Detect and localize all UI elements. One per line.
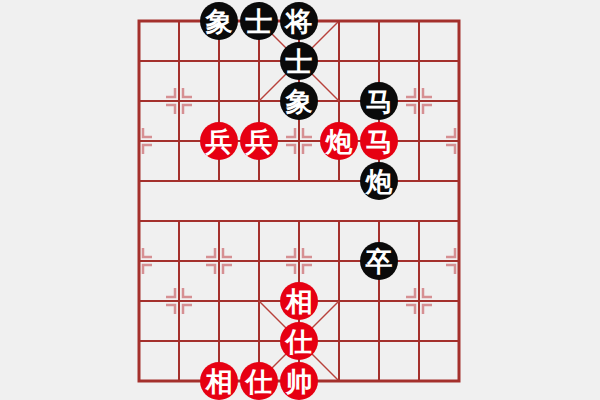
piece-red-advisor[interactable]: 仕 <box>240 362 278 400</box>
piece-red-soldier[interactable]: 兵 <box>200 122 238 160</box>
piece-red-cannon[interactable]: 炮 <box>320 122 358 160</box>
piece-black-cannon[interactable]: 炮 <box>360 162 398 200</box>
piece-red-soldier[interactable]: 兵 <box>240 122 278 160</box>
piece-black-elephant[interactable]: 象 <box>200 2 238 40</box>
piece-black-horse[interactable]: 马 <box>360 82 398 120</box>
piece-red-horse[interactable]: 马 <box>360 122 398 160</box>
piece-red-advisor[interactable]: 仕 <box>280 322 318 360</box>
piece-red-general[interactable]: 帅 <box>280 362 318 400</box>
piece-black-advisor[interactable]: 士 <box>280 42 318 80</box>
piece-black-general[interactable]: 将 <box>280 2 318 40</box>
piece-red-elephant[interactable]: 相 <box>280 282 318 320</box>
xiangqi-app: 象士将士象马兵兵炮马炮卒相仕相仕帅 <box>0 0 600 400</box>
pieces-layer: 象士将士象马兵兵炮马炮卒相仕相仕帅 <box>119 1 479 400</box>
piece-black-soldier[interactable]: 卒 <box>360 242 398 280</box>
piece-red-elephant[interactable]: 相 <box>200 362 238 400</box>
piece-black-elephant[interactable]: 象 <box>280 82 318 120</box>
piece-black-advisor[interactable]: 士 <box>240 2 278 40</box>
